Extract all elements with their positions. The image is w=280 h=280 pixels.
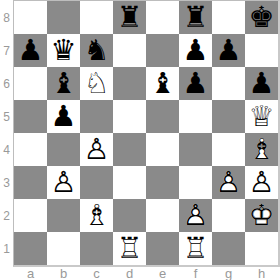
board-frame: ♜♜♚♟♛♞♟♟♝♞♘♝♟♟♟♛♕♟♙♝♗♟♙♟♙♟♙♝♗♟♙♚♔♜♖♜♖ xyxy=(13,0,280,267)
square-a8[interactable] xyxy=(14,1,47,34)
square-c7[interactable]: ♞ xyxy=(80,34,113,67)
white-pawn: ♙ xyxy=(179,199,212,232)
rank-label-2: 2 xyxy=(0,199,13,232)
white-king: ♔ xyxy=(245,199,278,232)
white-rook: ♖ xyxy=(179,232,212,265)
chessboard: ♜♜♚♟♛♞♟♟♝♞♘♝♟♟♟♛♕♟♙♝♗♟♙♟♙♟♙♝♗♟♙♚♔♜♖♜♖ xyxy=(14,1,278,265)
square-b2[interactable] xyxy=(47,199,80,232)
square-d8[interactable]: ♜ xyxy=(113,1,146,34)
square-f1[interactable]: ♜♖ xyxy=(179,232,212,265)
white-pawn: ♙ xyxy=(47,166,80,199)
square-b3[interactable]: ♟♙ xyxy=(47,166,80,199)
square-b7[interactable]: ♛ xyxy=(47,34,80,67)
square-g4[interactable] xyxy=(212,133,245,166)
square-f7[interactable]: ♟ xyxy=(179,34,212,67)
black-queen: ♛ xyxy=(47,34,80,67)
black-rook: ♜ xyxy=(179,1,212,34)
square-g1[interactable] xyxy=(212,232,245,265)
file-label-c: c xyxy=(80,266,113,280)
square-b5[interactable]: ♟ xyxy=(47,100,80,133)
rank-label-5: 5 xyxy=(0,100,13,133)
square-f4[interactable] xyxy=(179,133,212,166)
square-f8[interactable]: ♜ xyxy=(179,1,212,34)
square-a2[interactable] xyxy=(14,199,47,232)
black-knight: ♞ xyxy=(80,34,113,67)
square-g3[interactable]: ♟♙ xyxy=(212,166,245,199)
square-d3[interactable] xyxy=(113,166,146,199)
rank-label-3: 3 xyxy=(0,166,13,199)
square-a3[interactable] xyxy=(14,166,47,199)
square-g2[interactable] xyxy=(212,199,245,232)
rank-label-8: 8 xyxy=(0,1,13,34)
square-g6[interactable] xyxy=(212,67,245,100)
file-label-h: h xyxy=(245,266,278,280)
rank-labels: 87654321 xyxy=(0,1,13,265)
square-c2[interactable]: ♝♗ xyxy=(80,199,113,232)
white-knight: ♘ xyxy=(80,67,113,100)
square-c4[interactable]: ♟♙ xyxy=(80,133,113,166)
white-pawn-fill: ♟ xyxy=(245,166,278,199)
square-g7[interactable]: ♟ xyxy=(212,34,245,67)
white-queen-fill: ♛ xyxy=(245,100,278,133)
file-label-g: g xyxy=(212,266,245,280)
square-g5[interactable] xyxy=(212,100,245,133)
square-e1[interactable] xyxy=(146,232,179,265)
square-e3[interactable] xyxy=(146,166,179,199)
black-pawn: ♟ xyxy=(245,67,278,100)
black-rook: ♜ xyxy=(113,1,146,34)
white-pawn-fill: ♟ xyxy=(80,133,113,166)
square-h1[interactable] xyxy=(245,232,278,265)
black-pawn: ♟ xyxy=(179,67,212,100)
white-bishop-fill: ♝ xyxy=(245,133,278,166)
square-f6[interactable]: ♟ xyxy=(179,67,212,100)
black-bishop: ♝ xyxy=(146,67,179,100)
square-b6[interactable]: ♝ xyxy=(47,67,80,100)
file-label-d: d xyxy=(113,266,146,280)
square-d7[interactable] xyxy=(113,34,146,67)
file-label-e: e xyxy=(146,266,179,280)
white-pawn: ♙ xyxy=(80,133,113,166)
black-king: ♚ xyxy=(245,1,278,34)
white-queen: ♕ xyxy=(245,100,278,133)
square-b8[interactable] xyxy=(47,1,80,34)
square-d1[interactable]: ♜♖ xyxy=(113,232,146,265)
square-g8[interactable] xyxy=(212,1,245,34)
black-pawn: ♟ xyxy=(179,34,212,67)
white-bishop: ♗ xyxy=(245,133,278,166)
square-c5[interactable] xyxy=(80,100,113,133)
square-c6[interactable]: ♞♘ xyxy=(80,67,113,100)
black-bishop: ♝ xyxy=(47,67,80,100)
white-rook: ♖ xyxy=(113,232,146,265)
square-c8[interactable] xyxy=(80,1,113,34)
white-pawn-fill: ♟ xyxy=(47,166,80,199)
black-pawn: ♟ xyxy=(212,34,245,67)
square-e8[interactable] xyxy=(146,1,179,34)
square-d5[interactable] xyxy=(113,100,146,133)
square-d4[interactable] xyxy=(113,133,146,166)
rank-label-1: 1 xyxy=(0,232,13,265)
square-a4[interactable] xyxy=(14,133,47,166)
square-e4[interactable] xyxy=(146,133,179,166)
square-h4[interactable]: ♝♗ xyxy=(245,133,278,166)
black-pawn: ♟ xyxy=(47,100,80,133)
square-f5[interactable] xyxy=(179,100,212,133)
white-pawn-fill: ♟ xyxy=(179,199,212,232)
square-h2[interactable]: ♚♔ xyxy=(245,199,278,232)
square-b1[interactable] xyxy=(47,232,80,265)
square-f3[interactable] xyxy=(179,166,212,199)
square-a7[interactable]: ♟ xyxy=(14,34,47,67)
white-pawn-fill: ♟ xyxy=(212,166,245,199)
square-e7[interactable] xyxy=(146,34,179,67)
square-c1[interactable] xyxy=(80,232,113,265)
rank-label-4: 4 xyxy=(0,133,13,166)
white-pawn: ♙ xyxy=(212,166,245,199)
black-pawn: ♟ xyxy=(14,34,47,67)
file-labels: abcdefgh xyxy=(14,266,278,280)
square-f2[interactable]: ♟♙ xyxy=(179,199,212,232)
rank-label-7: 7 xyxy=(0,34,13,67)
square-b4[interactable] xyxy=(47,133,80,166)
square-a5[interactable] xyxy=(14,100,47,133)
file-label-a: a xyxy=(14,266,47,280)
file-label-b: b xyxy=(47,266,80,280)
square-d6[interactable] xyxy=(113,67,146,100)
square-c3[interactable] xyxy=(80,166,113,199)
square-h3[interactable]: ♟♙ xyxy=(245,166,278,199)
square-h5[interactable]: ♛♕ xyxy=(245,100,278,133)
square-h8[interactable]: ♚ xyxy=(245,1,278,34)
white-knight-fill: ♞ xyxy=(80,67,113,100)
white-bishop-fill: ♝ xyxy=(80,199,113,232)
square-d2[interactable] xyxy=(113,199,146,232)
white-rook-fill: ♜ xyxy=(113,232,146,265)
square-a6[interactable] xyxy=(14,67,47,100)
square-a1[interactable] xyxy=(14,232,47,265)
rank-label-6: 6 xyxy=(0,67,13,100)
square-e2[interactable] xyxy=(146,199,179,232)
chess-diagram: 87654321 ♜♜♚♟♛♞♟♟♝♞♘♝♟♟♟♛♕♟♙♝♗♟♙♟♙♟♙♝♗♟♙… xyxy=(0,0,280,280)
file-label-f: f xyxy=(179,266,212,280)
white-rook-fill: ♜ xyxy=(179,232,212,265)
white-bishop: ♗ xyxy=(80,199,113,232)
white-pawn: ♙ xyxy=(245,166,278,199)
square-h6[interactable]: ♟ xyxy=(245,67,278,100)
white-king-fill: ♚ xyxy=(245,199,278,232)
square-e5[interactable] xyxy=(146,100,179,133)
square-e6[interactable]: ♝ xyxy=(146,67,179,100)
square-h7[interactable] xyxy=(245,34,278,67)
